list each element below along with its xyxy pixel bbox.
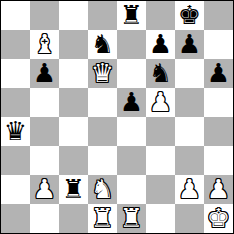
square-b5[interactable]: [30, 88, 59, 117]
square-f5[interactable]: ♟: [146, 88, 175, 117]
square-f4[interactable]: [146, 117, 175, 146]
square-c7[interactable]: [59, 30, 88, 59]
square-a8[interactable]: [1, 1, 30, 30]
square-h5[interactable]: [204, 88, 233, 117]
square-h1[interactable]: ♚: [204, 204, 233, 233]
piece-black-knight: ♞: [149, 59, 172, 88]
piece-white-bishop: ♝: [33, 30, 56, 59]
square-a7[interactable]: [1, 30, 30, 59]
piece-black-king: ♚: [178, 1, 201, 30]
square-g2[interactable]: ♟: [175, 175, 204, 204]
square-h2[interactable]: ♟: [204, 175, 233, 204]
square-e1[interactable]: ♜: [117, 204, 146, 233]
square-e5[interactable]: ♟: [117, 88, 146, 117]
piece-black-pawn: ♟: [120, 88, 143, 117]
square-h4[interactable]: [204, 117, 233, 146]
square-e6[interactable]: [117, 59, 146, 88]
piece-black-rook: ♜: [120, 1, 143, 30]
piece-black-pawn: ♟: [33, 59, 56, 88]
square-e3[interactable]: [117, 146, 146, 175]
square-a1[interactable]: [1, 204, 30, 233]
square-c2[interactable]: ♜: [59, 175, 88, 204]
square-b2[interactable]: ♟: [30, 175, 59, 204]
square-f8[interactable]: [146, 1, 175, 30]
square-g8[interactable]: ♚: [175, 1, 204, 30]
square-d3[interactable]: [88, 146, 117, 175]
square-c5[interactable]: [59, 88, 88, 117]
square-g7[interactable]: ♟: [175, 30, 204, 59]
square-f2[interactable]: [146, 175, 175, 204]
square-d1[interactable]: ♜: [88, 204, 117, 233]
piece-white-rook: ♜: [120, 204, 143, 233]
piece-white-pawn: ♟: [33, 175, 56, 204]
square-e4[interactable]: [117, 117, 146, 146]
piece-black-knight: ♞: [91, 30, 114, 59]
square-f1[interactable]: [146, 204, 175, 233]
square-b3[interactable]: [30, 146, 59, 175]
square-e8[interactable]: ♜: [117, 1, 146, 30]
square-d8[interactable]: [88, 1, 117, 30]
square-d2[interactable]: ♞: [88, 175, 117, 204]
square-f6[interactable]: ♞: [146, 59, 175, 88]
square-d6[interactable]: ♛: [88, 59, 117, 88]
square-b8[interactable]: [30, 1, 59, 30]
square-a2[interactable]: [1, 175, 30, 204]
square-c8[interactable]: [59, 1, 88, 30]
piece-black-pawn: ♟: [178, 30, 201, 59]
square-h8[interactable]: [204, 1, 233, 30]
chess-board: ♜♚♝♞♟♟♟♛♞♟♟♟♛♟♜♞♟♟♜♜♚: [0, 0, 234, 234]
square-c6[interactable]: [59, 59, 88, 88]
piece-black-pawn: ♟: [149, 30, 172, 59]
piece-black-rook: ♜: [62, 175, 85, 204]
square-c3[interactable]: [59, 146, 88, 175]
square-g5[interactable]: [175, 88, 204, 117]
square-b7[interactable]: ♝: [30, 30, 59, 59]
square-g4[interactable]: [175, 117, 204, 146]
square-h7[interactable]: [204, 30, 233, 59]
square-f3[interactable]: [146, 146, 175, 175]
piece-white-rook: ♜: [91, 204, 114, 233]
piece-white-queen: ♛: [91, 59, 114, 88]
square-c1[interactable]: [59, 204, 88, 233]
piece-white-pawn: ♟: [149, 88, 172, 117]
square-f7[interactable]: ♟: [146, 30, 175, 59]
piece-black-queen: ♛: [4, 117, 27, 146]
square-g1[interactable]: [175, 204, 204, 233]
square-a6[interactable]: [1, 59, 30, 88]
square-h6[interactable]: ♟: [204, 59, 233, 88]
square-a3[interactable]: [1, 146, 30, 175]
piece-white-king: ♚: [207, 204, 230, 233]
square-b6[interactable]: ♟: [30, 59, 59, 88]
piece-white-pawn: ♟: [178, 175, 201, 204]
piece-black-pawn: ♟: [207, 59, 230, 88]
square-a4[interactable]: ♛: [1, 117, 30, 146]
square-g6[interactable]: [175, 59, 204, 88]
square-b4[interactable]: [30, 117, 59, 146]
square-h3[interactable]: [204, 146, 233, 175]
square-d4[interactable]: [88, 117, 117, 146]
square-e2[interactable]: [117, 175, 146, 204]
square-c4[interactable]: [59, 117, 88, 146]
piece-white-pawn: ♟: [207, 175, 230, 204]
piece-white-knight: ♞: [91, 175, 114, 204]
square-g3[interactable]: [175, 146, 204, 175]
square-a5[interactable]: [1, 88, 30, 117]
square-e7[interactable]: [117, 30, 146, 59]
square-d5[interactable]: [88, 88, 117, 117]
square-b1[interactable]: [30, 204, 59, 233]
square-d7[interactable]: ♞: [88, 30, 117, 59]
